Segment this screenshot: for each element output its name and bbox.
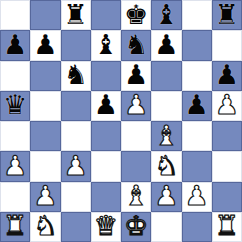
square-e8[interactable]: ♚ — [121, 0, 151, 30]
square-f3[interactable]: ♞ — [151, 151, 181, 181]
square-d5[interactable]: ♟ — [91, 91, 121, 121]
piece-black-pawn: ♟ — [124, 61, 148, 88]
piece-black-rook: ♜ — [215, 1, 239, 28]
piece-black-pawn: ♟ — [33, 31, 57, 58]
square-f8[interactable]: ♝ — [151, 0, 181, 30]
square-d8[interactable] — [91, 0, 121, 30]
piece-white-pawn: ♟ — [154, 182, 178, 209]
piece-black-pawn: ♟ — [215, 61, 239, 88]
square-c2[interactable] — [61, 182, 91, 212]
square-d7[interactable]: ♝ — [91, 30, 121, 60]
square-b1[interactable]: ♞ — [30, 212, 60, 242]
square-f6[interactable] — [151, 61, 181, 91]
square-h6[interactable]: ♟ — [212, 61, 242, 91]
square-a3[interactable]: ♟ — [0, 151, 30, 181]
square-h5[interactable]: ♟ — [212, 91, 242, 121]
square-g7[interactable] — [182, 30, 212, 60]
piece-black-knight: ♞ — [64, 61, 88, 88]
square-h7[interactable] — [212, 30, 242, 60]
piece-white-bishop: ♝ — [154, 122, 178, 149]
square-b3[interactable] — [30, 151, 60, 181]
chess-board: ♜♚♝♜♟♟♝♞♟♞♟♟♛♟♟♟♟♝♟♟♞♟♝♟♟♜♞♛♚♜ — [0, 0, 242, 242]
piece-black-bishop: ♝ — [154, 1, 178, 28]
piece-white-rook: ♜ — [215, 212, 239, 239]
square-h2[interactable] — [212, 182, 242, 212]
square-f1[interactable] — [151, 212, 181, 242]
piece-black-pawn: ♟ — [154, 31, 178, 58]
square-g3[interactable] — [182, 151, 212, 181]
square-d4[interactable] — [91, 121, 121, 151]
square-d3[interactable] — [91, 151, 121, 181]
piece-black-pawn: ♟ — [185, 91, 209, 118]
square-a1[interactable]: ♜ — [0, 212, 30, 242]
piece-white-king: ♚ — [124, 212, 148, 239]
piece-black-pawn: ♟ — [3, 31, 27, 58]
piece-white-pawn: ♟ — [124, 91, 148, 118]
square-b4[interactable] — [30, 121, 60, 151]
square-a7[interactable]: ♟ — [0, 30, 30, 60]
square-e5[interactable]: ♟ — [121, 91, 151, 121]
square-g2[interactable]: ♟ — [182, 182, 212, 212]
square-b8[interactable] — [30, 0, 60, 30]
square-c6[interactable]: ♞ — [61, 61, 91, 91]
square-a8[interactable] — [0, 0, 30, 30]
square-a6[interactable] — [0, 61, 30, 91]
piece-black-queen: ♛ — [3, 91, 27, 118]
square-d1[interactable]: ♛ — [91, 212, 121, 242]
square-f7[interactable]: ♟ — [151, 30, 181, 60]
square-h4[interactable] — [212, 121, 242, 151]
square-e4[interactable] — [121, 121, 151, 151]
square-g4[interactable] — [182, 121, 212, 151]
piece-black-pawn: ♟ — [94, 91, 118, 118]
piece-white-queen: ♛ — [94, 212, 118, 239]
piece-white-pawn: ♟ — [3, 152, 27, 179]
square-d2[interactable] — [91, 182, 121, 212]
square-g1[interactable] — [182, 212, 212, 242]
square-h3[interactable] — [212, 151, 242, 181]
square-g8[interactable] — [182, 0, 212, 30]
piece-black-knight: ♞ — [124, 31, 148, 58]
piece-white-pawn: ♟ — [64, 152, 88, 179]
square-g6[interactable] — [182, 61, 212, 91]
square-e3[interactable] — [121, 151, 151, 181]
piece-black-king: ♚ — [124, 1, 148, 28]
square-c4[interactable] — [61, 121, 91, 151]
piece-white-pawn: ♟ — [33, 182, 57, 209]
square-b6[interactable] — [30, 61, 60, 91]
piece-black-rook: ♜ — [64, 1, 88, 28]
square-f4[interactable]: ♝ — [151, 121, 181, 151]
square-c1[interactable] — [61, 212, 91, 242]
square-e7[interactable]: ♞ — [121, 30, 151, 60]
square-b5[interactable] — [30, 91, 60, 121]
piece-white-knight: ♞ — [33, 212, 57, 239]
square-c7[interactable] — [61, 30, 91, 60]
square-f5[interactable] — [151, 91, 181, 121]
square-c5[interactable] — [61, 91, 91, 121]
square-e6[interactable]: ♟ — [121, 61, 151, 91]
square-e2[interactable]: ♝ — [121, 182, 151, 212]
piece-white-pawn: ♟ — [185, 182, 209, 209]
piece-white-bishop: ♝ — [124, 182, 148, 209]
piece-black-bishop: ♝ — [94, 31, 118, 58]
square-b7[interactable]: ♟ — [30, 30, 60, 60]
square-h8[interactable]: ♜ — [212, 0, 242, 30]
square-a4[interactable] — [0, 121, 30, 151]
piece-white-rook: ♜ — [3, 212, 27, 239]
square-f2[interactable]: ♟ — [151, 182, 181, 212]
square-d6[interactable] — [91, 61, 121, 91]
square-c8[interactable]: ♜ — [61, 0, 91, 30]
square-c3[interactable]: ♟ — [61, 151, 91, 181]
square-a2[interactable] — [0, 182, 30, 212]
piece-white-pawn: ♟ — [215, 91, 239, 118]
square-e1[interactable]: ♚ — [121, 212, 151, 242]
piece-white-knight: ♞ — [154, 152, 178, 179]
square-h1[interactable]: ♜ — [212, 212, 242, 242]
square-b2[interactable]: ♟ — [30, 182, 60, 212]
square-g5[interactable]: ♟ — [182, 91, 212, 121]
square-a5[interactable]: ♛ — [0, 91, 30, 121]
